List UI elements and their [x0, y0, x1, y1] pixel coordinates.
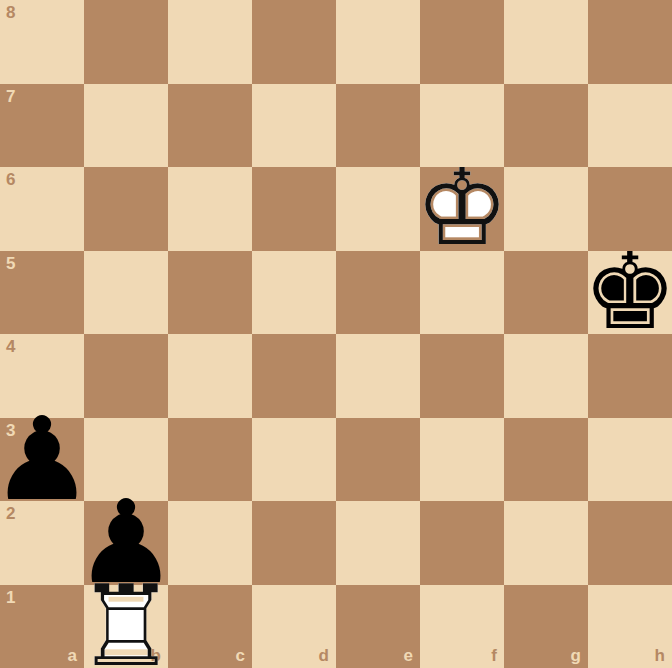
square-e3[interactable] — [336, 418, 420, 502]
white-rook-outline-glyph: ♖ — [84, 585, 168, 668]
white-rook-glyph: ♜ — [84, 585, 168, 668]
square-d1[interactable]: d — [252, 585, 336, 668]
square-g7[interactable] — [504, 84, 588, 168]
file-label-g: g — [571, 647, 581, 664]
square-b5[interactable] — [84, 251, 168, 335]
black-pawn-b2-glyph: ♟ — [84, 501, 168, 585]
black-king[interactable]: ♚ — [588, 251, 672, 335]
square-b7[interactable] — [84, 84, 168, 168]
square-b4[interactable] — [84, 334, 168, 418]
square-e8[interactable] — [336, 0, 420, 84]
square-f6[interactable]: ♚♔ — [420, 167, 504, 251]
square-e2[interactable] — [336, 501, 420, 585]
black-pawn-a3-glyph: ♟ — [0, 418, 84, 502]
square-c1[interactable]: c — [168, 585, 252, 668]
square-c8[interactable] — [168, 0, 252, 84]
square-g1[interactable]: g — [504, 585, 588, 668]
square-h5[interactable]: ♚ — [588, 251, 672, 335]
square-c6[interactable] — [168, 167, 252, 251]
square-g8[interactable] — [504, 0, 588, 84]
square-b8[interactable] — [84, 0, 168, 84]
square-f5[interactable] — [420, 251, 504, 335]
square-b1[interactable]: b♜♖ — [84, 585, 168, 668]
square-c4[interactable] — [168, 334, 252, 418]
rank-label-7: 7 — [6, 88, 15, 105]
file-label-a: a — [68, 647, 77, 664]
square-b2[interactable]: ♟ — [84, 501, 168, 585]
square-d6[interactable] — [252, 167, 336, 251]
square-h2[interactable] — [588, 501, 672, 585]
square-f8[interactable] — [420, 0, 504, 84]
square-f3[interactable] — [420, 418, 504, 502]
square-e6[interactable] — [336, 167, 420, 251]
square-c5[interactable] — [168, 251, 252, 335]
square-f1[interactable]: f — [420, 585, 504, 668]
square-h4[interactable] — [588, 334, 672, 418]
file-label-d: d — [319, 647, 329, 664]
black-pawn-a3[interactable]: ♟ — [0, 418, 84, 502]
square-a6[interactable]: 6 — [0, 167, 84, 251]
square-e5[interactable] — [336, 251, 420, 335]
square-h7[interactable] — [588, 84, 672, 168]
file-label-c: c — [236, 647, 245, 664]
square-e7[interactable] — [336, 84, 420, 168]
square-a1[interactable]: 1a — [0, 585, 84, 668]
square-g4[interactable] — [504, 334, 588, 418]
square-h1[interactable]: h — [588, 585, 672, 668]
square-d7[interactable] — [252, 84, 336, 168]
square-a5[interactable]: 5 — [0, 251, 84, 335]
file-label-e: e — [404, 647, 413, 664]
rank-label-1: 1 — [6, 589, 15, 606]
square-e4[interactable] — [336, 334, 420, 418]
square-a2[interactable]: 2 — [0, 501, 84, 585]
square-c2[interactable] — [168, 501, 252, 585]
rank-label-6: 6 — [6, 171, 15, 188]
square-g3[interactable] — [504, 418, 588, 502]
square-a7[interactable]: 7 — [0, 84, 84, 168]
square-d2[interactable] — [252, 501, 336, 585]
square-f2[interactable] — [420, 501, 504, 585]
white-king[interactable]: ♚♔ — [420, 167, 504, 251]
file-label-f: f — [491, 647, 497, 664]
square-c3[interactable] — [168, 418, 252, 502]
square-d4[interactable] — [252, 334, 336, 418]
square-a4[interactable]: 4 — [0, 334, 84, 418]
square-a3[interactable]: 3♟ — [0, 418, 84, 502]
square-d8[interactable] — [252, 0, 336, 84]
rank-label-5: 5 — [6, 255, 15, 272]
square-h8[interactable] — [588, 0, 672, 84]
square-d3[interactable] — [252, 418, 336, 502]
white-rook[interactable]: ♜♖ — [84, 585, 168, 668]
square-a8[interactable]: 8 — [0, 0, 84, 84]
square-g2[interactable] — [504, 501, 588, 585]
square-h6[interactable] — [588, 167, 672, 251]
rank-label-4: 4 — [6, 338, 15, 355]
black-pawn-b2[interactable]: ♟ — [84, 501, 168, 585]
square-c7[interactable] — [168, 84, 252, 168]
square-h3[interactable] — [588, 418, 672, 502]
square-e1[interactable]: e — [336, 585, 420, 668]
rank-label-2: 2 — [6, 505, 15, 522]
square-b6[interactable] — [84, 167, 168, 251]
square-g6[interactable] — [504, 167, 588, 251]
square-f4[interactable] — [420, 334, 504, 418]
square-f7[interactable] — [420, 84, 504, 168]
white-king-glyph: ♚ — [420, 167, 504, 251]
rank-label-8: 8 — [6, 4, 15, 21]
file-label-h: h — [655, 647, 665, 664]
black-king-glyph: ♚ — [588, 251, 672, 335]
chess-board: 876♚♔5♚43♟2♟1ab♜♖cdefgh — [0, 0, 672, 668]
square-g5[interactable] — [504, 251, 588, 335]
square-b3[interactable] — [84, 418, 168, 502]
white-king-outline-glyph: ♔ — [420, 167, 504, 251]
square-d5[interactable] — [252, 251, 336, 335]
